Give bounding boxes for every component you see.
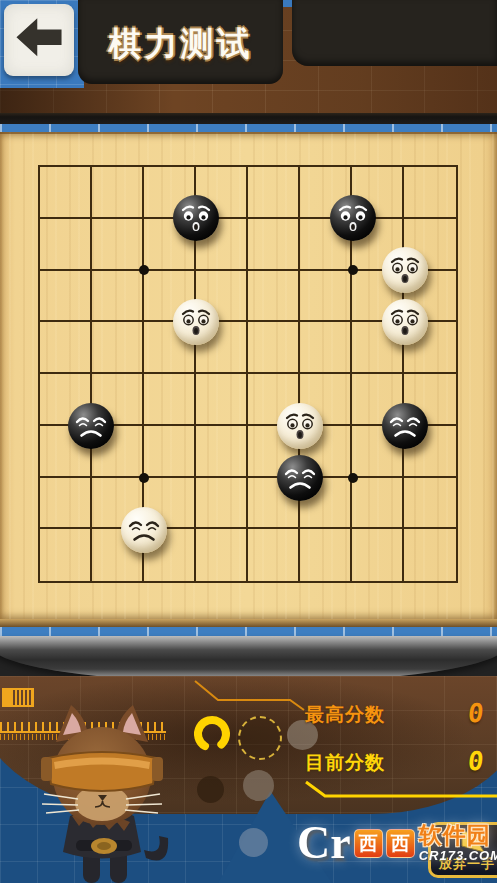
dashed-slot-icon[interactable] — [238, 716, 282, 760]
go-board — [0, 132, 497, 621]
stone-white-d6[interactable] — [173, 299, 219, 345]
stone-face-sad — [277, 455, 323, 501]
app-screen: 棋力测试 — [0, 0, 497, 883]
stone-white-h7[interactable] — [382, 247, 428, 293]
stone-layer[interactable] — [38, 165, 458, 583]
board-top-edge — [0, 132, 497, 134]
stone-face-surprised — [277, 403, 323, 449]
divider-band — [0, 113, 497, 124]
callout-line-top — [190, 678, 310, 712]
deco-stone-gray — [243, 770, 274, 801]
cat-mascot — [26, 700, 178, 883]
title-banner: 棋力测试 — [78, 0, 283, 84]
best-score-label: 最高分数 — [305, 702, 385, 728]
back-arrow-icon — [13, 13, 65, 65]
blue-tick-strip-bottom — [0, 627, 497, 636]
underline-decor — [300, 780, 497, 800]
current-score-value: 0 — [466, 746, 485, 776]
watermark-site: 软件园 — [419, 824, 497, 847]
watermark-tile-1: 西 — [354, 829, 383, 858]
watermark-tile-2: 西 — [386, 829, 415, 858]
stone-face-surprised — [382, 247, 428, 293]
stone-white-c2[interactable] — [121, 507, 167, 553]
board-bottom-edge — [0, 619, 497, 627]
stone-black-f3[interactable] — [277, 455, 323, 501]
stone-white-h6[interactable] — [382, 299, 428, 345]
current-score-label: 目前分数 — [305, 750, 385, 776]
watermark-url: CR173.COM — [419, 849, 497, 862]
star-point — [139, 473, 149, 483]
stone-black-g8[interactable] — [330, 195, 376, 241]
watermark: Cr 西 西 软件园 CR173.COM — [297, 806, 497, 880]
stone-black-d8[interactable] — [173, 195, 219, 241]
stone-face-surprised — [330, 195, 376, 241]
header-right-panel — [292, 0, 497, 66]
stone-face-surprised — [173, 195, 219, 241]
star-point — [348, 473, 358, 483]
star-point — [139, 265, 149, 275]
deco-stone-dark — [197, 776, 224, 803]
stone-white-f4[interactable] — [277, 403, 323, 449]
star-point — [348, 265, 358, 275]
stone-face-sad — [121, 507, 167, 553]
stone-face-sad — [68, 403, 114, 449]
stone-face-surprised — [382, 299, 428, 345]
stone-face-surprised — [173, 299, 219, 345]
lower-panel: 最高分数 0 目前分数 0 放弃一手 — [0, 676, 497, 883]
watermark-logo: Cr — [297, 820, 351, 866]
back-button[interactable] — [4, 4, 74, 76]
stone-black-h4[interactable] — [382, 403, 428, 449]
stone-black-b4[interactable] — [68, 403, 114, 449]
deco-stone-blue — [239, 828, 268, 857]
spinner-icon[interactable] — [190, 712, 234, 756]
stone-face-sad — [382, 403, 428, 449]
page-title: 棋力测试 — [78, 22, 283, 67]
best-score-value: 0 — [466, 698, 485, 728]
